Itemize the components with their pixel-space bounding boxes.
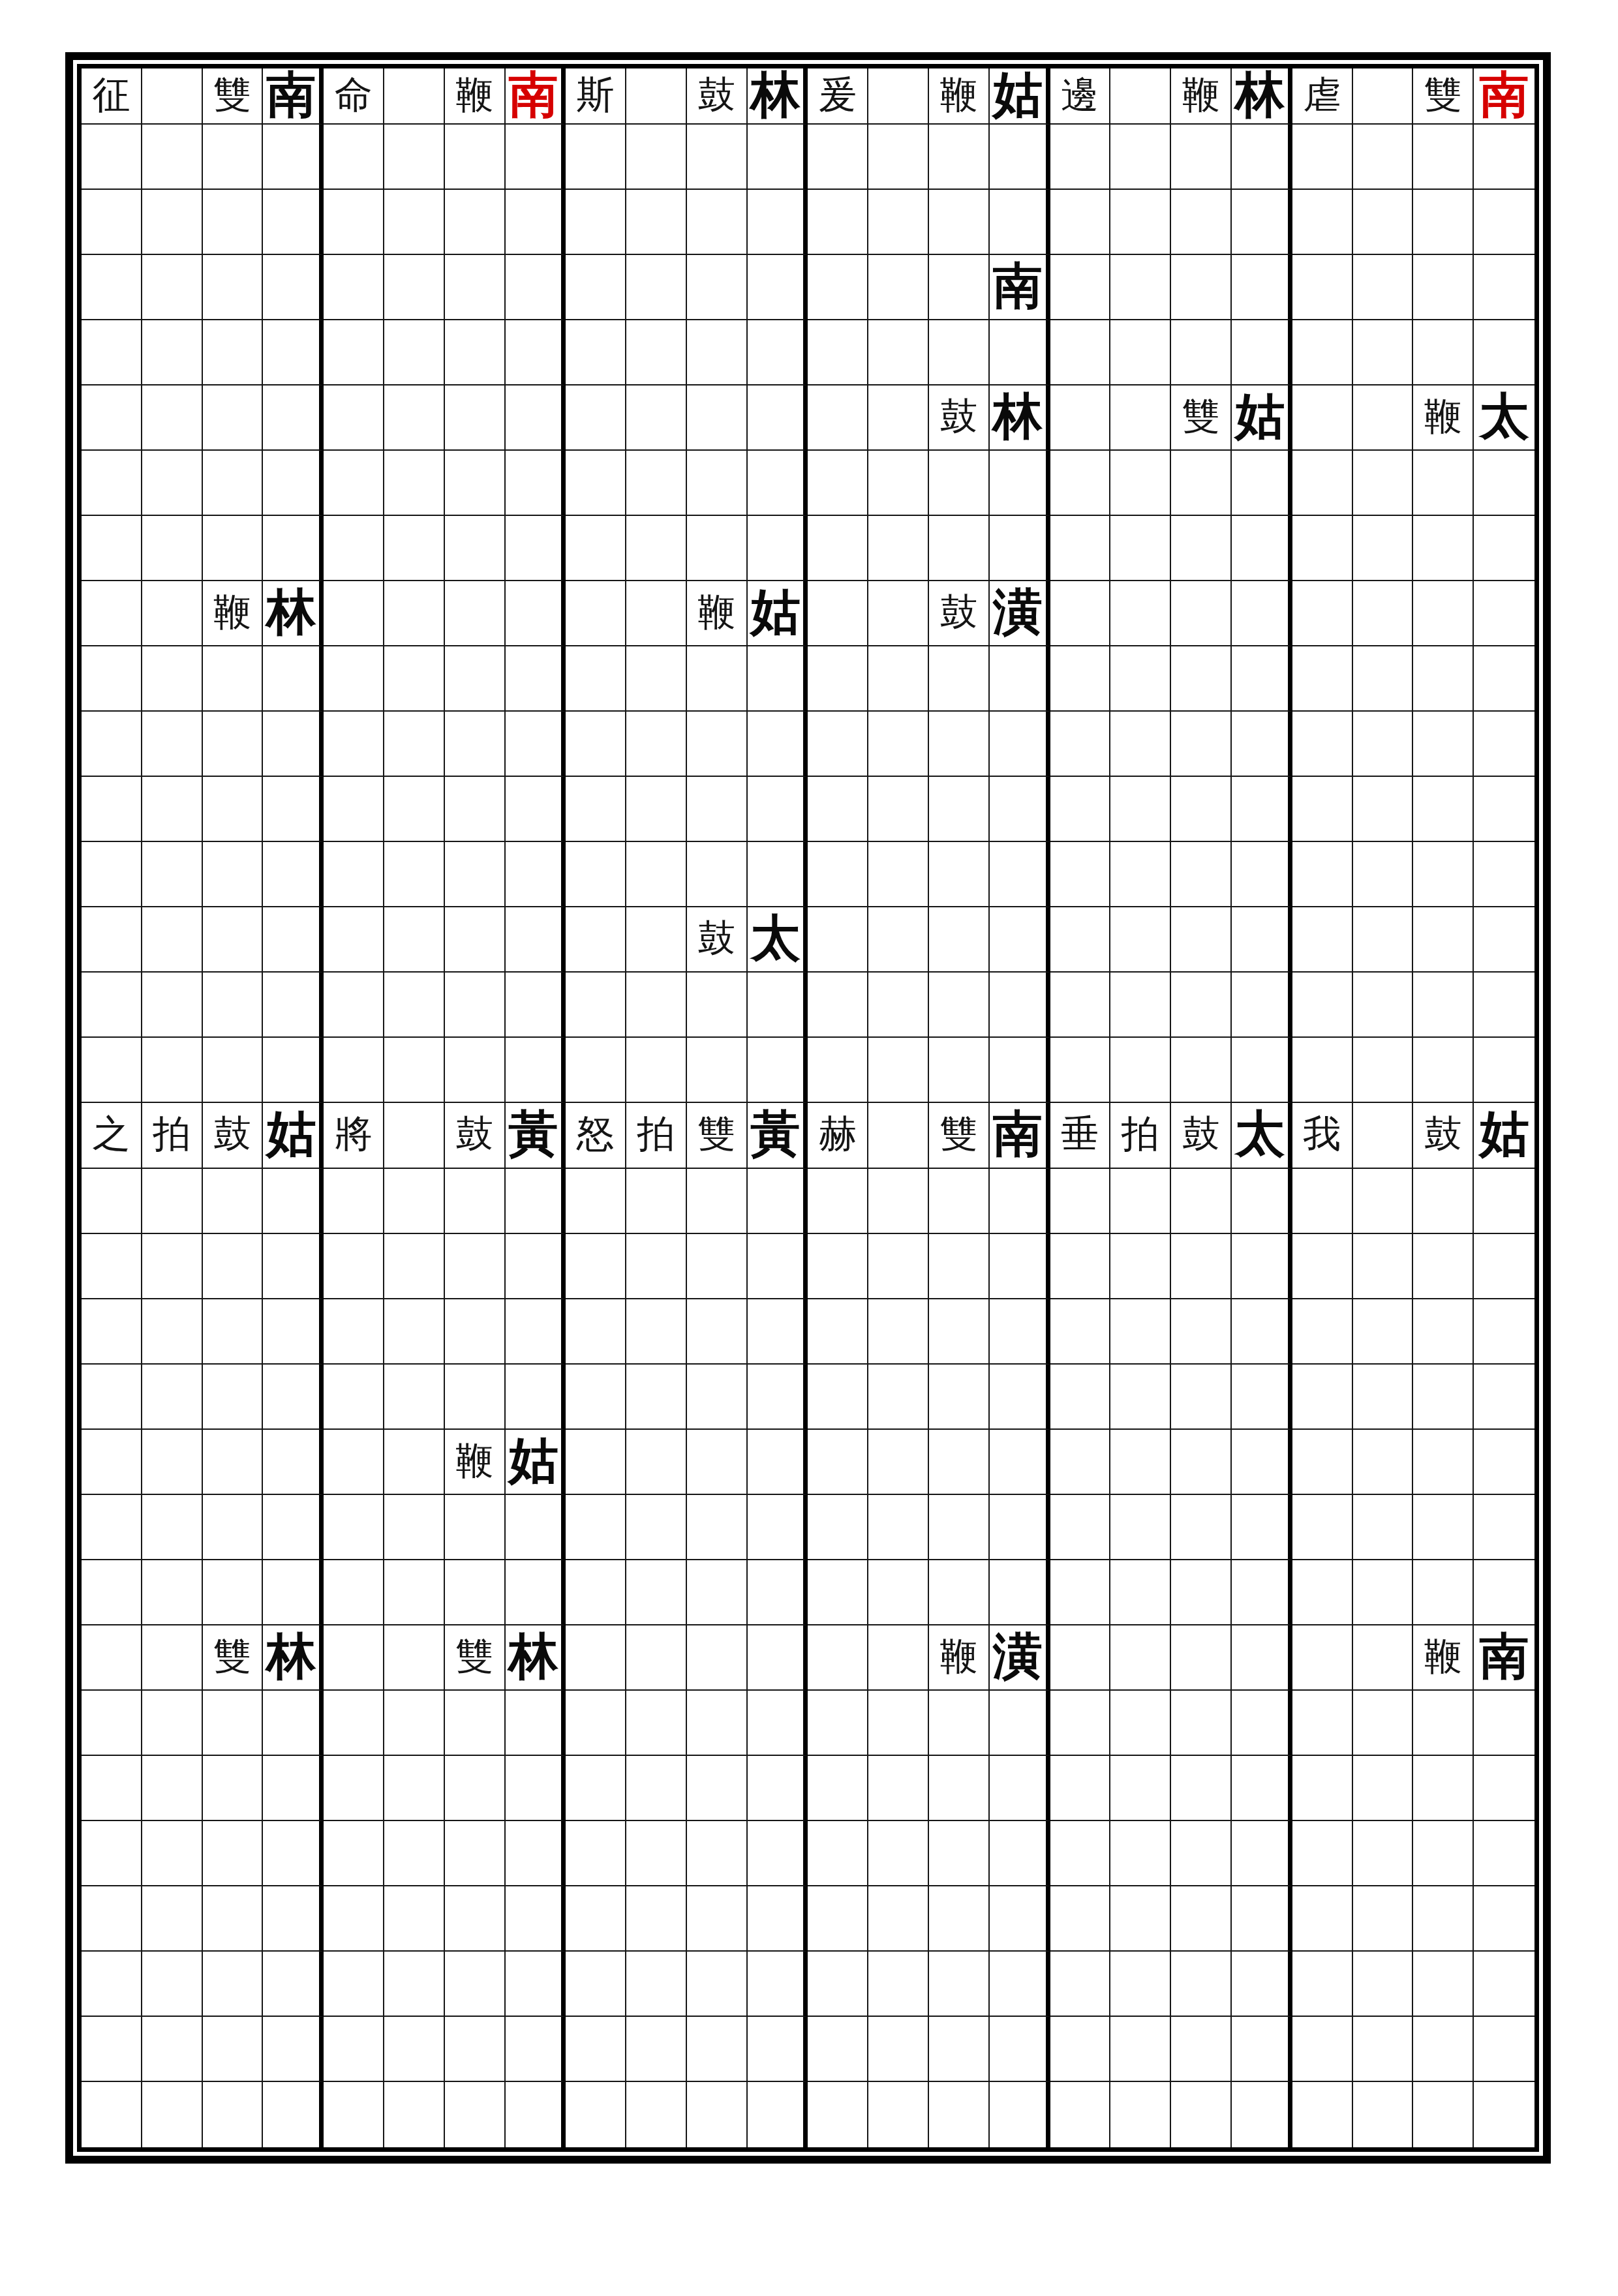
- jeonggan-cell-r1c23: 雙: [1413, 68, 1474, 125]
- jeonggan-cell-r3c21: [1292, 190, 1353, 255]
- jeonggan-cell-r5c17: [1050, 320, 1111, 385]
- jeonggan-cell-r20c16: [990, 1299, 1050, 1365]
- jeonggan-cell-r7c18: [1110, 451, 1171, 516]
- jeonggan-cell-r26c5: [324, 1691, 384, 1756]
- jeonggan-cell-r5c21: [1292, 320, 1353, 385]
- jeonggan-cell-r23c6: [384, 1495, 445, 1560]
- jeonggan-cell-r17c9: 怒: [566, 1103, 626, 1168]
- jeonggan-cell-r21c4: [263, 1365, 324, 1430]
- stroke-glyph: 雙: [213, 76, 251, 113]
- jeonggan-cell-r22c17: [1050, 1430, 1111, 1495]
- pitch-glyph: 姑: [1235, 391, 1285, 441]
- jeonggan-cell-r20c7: [445, 1299, 506, 1365]
- jeonggan-cell-r14c24: [1474, 907, 1534, 973]
- lyric-glyph: 邊: [1061, 76, 1099, 113]
- pitch-glyph: 南: [993, 1109, 1043, 1158]
- jeonggan-cell-r30c6: [384, 1952, 445, 2017]
- jeonggan-cell-r32c18: [1110, 2082, 1171, 2147]
- jeonggan-cell-r5c11: [687, 320, 748, 385]
- jeonggan-cell-r15c24: [1474, 973, 1534, 1038]
- jeonggan-cell-r3c18: [1110, 190, 1171, 255]
- jeonggan-cell-r21c14: [868, 1365, 929, 1430]
- jeonggan-cell-r32c16: [990, 2082, 1050, 2147]
- jeonggan-cell-r18c24: [1474, 1169, 1534, 1234]
- jeonggan-cell-r26c13: [808, 1691, 868, 1756]
- jeonggan-cell-r12c7: [445, 777, 506, 842]
- jeonggan-cell-r11c8: [506, 712, 566, 777]
- jeonggan-cell-r16c7: [445, 1038, 506, 1103]
- jeonggan-cell-r28c14: [868, 1821, 929, 1886]
- jeonggan-cell-r31c13: [808, 2017, 868, 2082]
- jeonggan-cell-r21c6: [384, 1365, 445, 1430]
- jeonggan-cell-r1c7: 鞭: [445, 68, 506, 125]
- jeonggan-cell-r25c3: 雙: [203, 1625, 264, 1691]
- jeonggan-cell-r25c16: 潢: [990, 1625, 1050, 1691]
- jeonggan-cell-r18c21: [1292, 1169, 1353, 1234]
- jeonggan-cell-r21c23: [1413, 1365, 1474, 1430]
- jeonggan-cell-r19c22: [1353, 1234, 1414, 1299]
- jeonggan-cell-r13c12: [748, 842, 808, 907]
- jeonggan-cell-r15c3: [203, 973, 264, 1038]
- jeonggan-cell-r12c24: [1474, 777, 1534, 842]
- jeonggan-cell-r32c1: [82, 2082, 142, 2147]
- jeonggan-cell-r7c24: [1474, 451, 1534, 516]
- jeonggan-cell-r14c1: [82, 907, 142, 973]
- jeonggan-cell-r17c23: 鼓: [1413, 1103, 1474, 1168]
- jeonggan-cell-r31c6: [384, 2017, 445, 2082]
- jeonggan-cell-r6c19: 雙: [1171, 385, 1232, 451]
- jeonggan-cell-r26c3: [203, 1691, 264, 1756]
- jeonggan-cell-r20c5: [324, 1299, 384, 1365]
- jeonggan-cell-r26c2: [142, 1691, 203, 1756]
- jeonggan-cell-r14c22: [1353, 907, 1414, 973]
- jeonggan-cell-r13c19: [1171, 842, 1232, 907]
- jeonggan-cell-r31c15: [929, 2017, 990, 2082]
- jeonggan-cell-r7c5: [324, 451, 384, 516]
- jeonggan-cell-r27c17: [1050, 1756, 1111, 1821]
- jeonggan-cell-r20c23: [1413, 1299, 1474, 1365]
- jeonggan-cell-r29c19: [1171, 1886, 1232, 1952]
- jeonggan-cell-r25c17: [1050, 1625, 1111, 1691]
- jeonggan-cell-r5c19: [1171, 320, 1232, 385]
- jeonggan-cell-r27c5: [324, 1756, 384, 1821]
- jeonggan-cell-r3c3: [203, 190, 264, 255]
- jeonggan-cell-r7c7: [445, 451, 506, 516]
- jeonggan-cell-r17c1: 之: [82, 1103, 142, 1168]
- jeonggan-cell-r25c6: [384, 1625, 445, 1691]
- stroke-glyph: 鞭: [1182, 76, 1220, 113]
- jeonggan-cell-r2c5: [324, 125, 384, 190]
- jeonggan-cell-r22c2: [142, 1430, 203, 1495]
- jeonggan-cell-r28c6: [384, 1821, 445, 1886]
- stroke-glyph: 鞭: [1424, 397, 1462, 435]
- jeonggan-cell-r31c10: [626, 2017, 687, 2082]
- jeonggan-cell-r27c15: [929, 1756, 990, 1821]
- jeonggan-cell-r13c17: [1050, 842, 1111, 907]
- jeonggan-cell-r2c18: [1110, 125, 1171, 190]
- jeonggan-cell-r12c2: [142, 777, 203, 842]
- jeonggan-cell-r6c10: [626, 385, 687, 451]
- jeonggan-cell-r8c11: [687, 516, 748, 581]
- jeonggan-cell-r27c14: [868, 1756, 929, 1821]
- jeonggan-cell-r4c6: [384, 255, 445, 320]
- jeonggan-cell-r23c9: [566, 1495, 626, 1560]
- jeonggan-cell-r20c1: [82, 1299, 142, 1365]
- jeonggan-cell-r3c11: [687, 190, 748, 255]
- jeonggan-cell-r31c11: [687, 2017, 748, 2082]
- jeonggan-cell-r4c22: [1353, 255, 1414, 320]
- jeonggan-cell-r16c15: [929, 1038, 990, 1103]
- jeonggan-cell-r17c17: 垂: [1050, 1103, 1111, 1168]
- jeonggan-cell-r26c23: [1413, 1691, 1474, 1756]
- jeonggan-cell-r22c18: [1110, 1430, 1171, 1495]
- jeonggan-cell-r8c17: [1050, 516, 1111, 581]
- jeonggan-cell-r24c6: [384, 1560, 445, 1625]
- jeonggan-cell-r30c7: [445, 1952, 506, 2017]
- jeonggan-cell-r1c24: 南: [1474, 68, 1534, 125]
- pitch-glyph: 林: [266, 587, 316, 637]
- jeonggan-cell-r18c20: [1232, 1169, 1292, 1234]
- jeonggan-cell-r11c18: [1110, 712, 1171, 777]
- jeonggan-cell-r10c20: [1232, 646, 1292, 712]
- pitch-glyph: 南: [1480, 70, 1529, 119]
- jeonggan-cell-r24c2: [142, 1560, 203, 1625]
- jeonggan-cell-r11c6: [384, 712, 445, 777]
- jeonggan-cell-r4c12: [748, 255, 808, 320]
- jeonggan-cell-r2c14: [868, 125, 929, 190]
- jeonggan-cell-r24c8: [506, 1560, 566, 1625]
- jeonggan-cell-r26c1: [82, 1691, 142, 1756]
- jeonggan-cell-r26c18: [1110, 1691, 1171, 1756]
- jeonggan-cell-r30c1: [82, 1952, 142, 2017]
- jeonggan-cell-r10c12: [748, 646, 808, 712]
- jeonggan-cell-r25c21: [1292, 1625, 1353, 1691]
- pitch-glyph: 姑: [266, 1109, 316, 1158]
- jeonggan-cell-r15c23: [1413, 973, 1474, 1038]
- jeonggan-cell-r27c13: [808, 1756, 868, 1821]
- jeonggan-cell-r26c4: [263, 1691, 324, 1756]
- lyric-glyph: 命: [335, 76, 373, 113]
- jeonggan-cell-r8c15: [929, 516, 990, 581]
- jeonggan-cell-r24c15: [929, 1560, 990, 1625]
- jeonggan-cell-r28c18: [1110, 1821, 1171, 1886]
- jeonggan-cell-r21c9: [566, 1365, 626, 1430]
- jeonggan-cell-r24c14: [868, 1560, 929, 1625]
- jeonggan-cell-r16c9: [566, 1038, 626, 1103]
- jeonggan-cell-r10c16: [990, 646, 1050, 712]
- jeonggan-cell-r3c1: [82, 190, 142, 255]
- jeonggan-cell-r16c18: [1110, 1038, 1171, 1103]
- jeonggan-cell-r25c5: [324, 1625, 384, 1691]
- jeonggan-cell-r25c12: [748, 1625, 808, 1691]
- jeonggan-cell-r19c4: [263, 1234, 324, 1299]
- jeonggan-cell-r31c1: [82, 2017, 142, 2082]
- jeonggan-cell-r1c11: 鼓: [687, 68, 748, 125]
- jeonggan-cell-r24c21: [1292, 1560, 1353, 1625]
- jeonggan-cell-r29c7: [445, 1886, 506, 1952]
- jeonggan-cell-r6c24: 太: [1474, 385, 1534, 451]
- jeonggan-cell-r9c21: [1292, 581, 1353, 646]
- jeonggan-cell-r25c2: [142, 1625, 203, 1691]
- jeonggan-cell-r17c14: [868, 1103, 929, 1168]
- jeonggan-cell-r6c4: [263, 385, 324, 451]
- jeonggan-cell-r8c16: [990, 516, 1050, 581]
- jeonggan-cell-r21c17: [1050, 1365, 1111, 1430]
- jeonggan-cell-r25c8: 林: [506, 1625, 566, 1691]
- jeonggan-cell-r16c12: [748, 1038, 808, 1103]
- jeonggan-cell-r3c2: [142, 190, 203, 255]
- jeonggan-cell-r20c8: [506, 1299, 566, 1365]
- jeonggan-cell-r3c22: [1353, 190, 1414, 255]
- jeonggan-cell-r11c22: [1353, 712, 1414, 777]
- jeonggan-cell-r30c8: [506, 1952, 566, 2017]
- pitch-glyph: 林: [508, 1631, 558, 1681]
- pitch-glyph: 太: [1480, 391, 1529, 441]
- jeonggan-cell-r10c6: [384, 646, 445, 712]
- jeonggan-cell-r32c24: [1474, 2082, 1534, 2147]
- jeonggan-cell-r1c8: 南: [506, 68, 566, 125]
- lyric-glyph: 爰: [819, 76, 857, 113]
- jeonggan-cell-r21c10: [626, 1365, 687, 1430]
- jeonggan-cell-r21c15: [929, 1365, 990, 1430]
- jeonggan-cell-r20c20: [1232, 1299, 1292, 1365]
- jeonggan-cell-r22c13: [808, 1430, 868, 1495]
- jeonggan-cell-r22c7: 鞭: [445, 1430, 506, 1495]
- jeonggan-cell-r32c8: [506, 2082, 566, 2147]
- jeonggan-cell-r29c9: [566, 1886, 626, 1952]
- jeonggan-cell-r15c5: [324, 973, 384, 1038]
- jeonggan-cell-r21c16: [990, 1365, 1050, 1430]
- jeonggan-cell-r25c13: [808, 1625, 868, 1691]
- jeonggan-cell-r13c4: [263, 842, 324, 907]
- jeonggan-cell-r31c5: [324, 2017, 384, 2082]
- jeonggan-cell-r30c23: [1413, 1952, 1474, 2017]
- jeonggan-cell-r1c17: 邊: [1050, 68, 1111, 125]
- jeonggan-cell-r16c11: [687, 1038, 748, 1103]
- jeonggan-cell-r24c16: [990, 1560, 1050, 1625]
- jeonggan-cell-r27c8: [506, 1756, 566, 1821]
- jeonggan-cell-r10c18: [1110, 646, 1171, 712]
- jeonggan-cell-r5c8: [506, 320, 566, 385]
- jeonggan-cell-r24c17: [1050, 1560, 1111, 1625]
- jeonggan-cell-r26c10: [626, 1691, 687, 1756]
- jeonggan-cell-r29c2: [142, 1886, 203, 1952]
- pitch-glyph: 林: [1235, 70, 1285, 119]
- jeonggan-cell-r21c7: [445, 1365, 506, 1430]
- jeonggan-cell-r13c5: [324, 842, 384, 907]
- jeonggan-cell-r29c20: [1232, 1886, 1292, 1952]
- jeonggan-cell-r26c21: [1292, 1691, 1353, 1756]
- jeonggan-cell-r11c7: [445, 712, 506, 777]
- jeonggan-cell-r9c16: 潢: [990, 581, 1050, 646]
- pitch-glyph: 南: [993, 261, 1043, 310]
- jeonggan-cell-r6c2: [142, 385, 203, 451]
- jeonggan-cell-r20c17: [1050, 1299, 1111, 1365]
- jeonggan-cell-r6c12: [748, 385, 808, 451]
- jeonggan-cell-r21c20: [1232, 1365, 1292, 1430]
- jeonggan-cell-r21c12: [748, 1365, 808, 1430]
- jeonggan-cell-r13c24: [1474, 842, 1534, 907]
- jeonggan-cell-r3c16: [990, 190, 1050, 255]
- pitch-glyph: 潢: [993, 587, 1043, 637]
- jeonggan-cell-r4c11: [687, 255, 748, 320]
- jeonggan-cell-r1c2: [142, 68, 203, 125]
- jeonggan-cell-r31c3: [203, 2017, 264, 2082]
- pitch-glyph: 姑: [993, 70, 1043, 119]
- jeonggan-cell-r6c18: [1110, 385, 1171, 451]
- jeonggan-cell-r29c3: [203, 1886, 264, 1952]
- jeonggan-cell-r5c23: [1413, 320, 1474, 385]
- jeonggan-cell-r31c2: [142, 2017, 203, 2082]
- pitch-glyph: 太: [751, 913, 801, 963]
- jeonggan-cell-r29c11: [687, 1886, 748, 1952]
- jeonggan-cell-r29c16: [990, 1886, 1050, 1952]
- jeonggan-cell-r17c13: 赫: [808, 1103, 868, 1168]
- jeonggan-cell-r16c20: [1232, 1038, 1292, 1103]
- jeonggan-cell-r18c17: [1050, 1169, 1111, 1234]
- jeonggan-cell-r16c24: [1474, 1038, 1534, 1103]
- stroke-glyph: 鼓: [697, 76, 735, 113]
- jeonggan-cell-r1c20: 林: [1232, 68, 1292, 125]
- pitch-glyph: 太: [1235, 1109, 1285, 1158]
- jeonggan-cell-r27c21: [1292, 1756, 1353, 1821]
- jeonggan-cell-r8c4: [263, 516, 324, 581]
- jeonggan-cell-r27c18: [1110, 1756, 1171, 1821]
- jeonggan-cell-r26c17: [1050, 1691, 1111, 1756]
- jeonggan-cell-r13c2: [142, 842, 203, 907]
- jeonggan-cell-r6c8: [506, 385, 566, 451]
- jeonggan-cell-r12c16: [990, 777, 1050, 842]
- jeonggan-cell-r14c13: [808, 907, 868, 973]
- jeonggan-cell-r23c11: [687, 1495, 748, 1560]
- jeonggan-cell-r16c23: [1413, 1038, 1474, 1103]
- jeonggan-cell-r16c3: [203, 1038, 264, 1103]
- jeonggan-cell-r11c10: [626, 712, 687, 777]
- lyric-glyph: 怒: [577, 1115, 615, 1153]
- jeonggan-cell-r20c15: [929, 1299, 990, 1365]
- jeonggan-cell-r10c15: [929, 646, 990, 712]
- jeonggan-cell-r11c20: [1232, 712, 1292, 777]
- jeonggan-cell-r28c11: [687, 1821, 748, 1886]
- jeonggan-cell-r22c10: [626, 1430, 687, 1495]
- jeonggan-cell-r20c18: [1110, 1299, 1171, 1365]
- jeonggan-cell-r14c23: [1413, 907, 1474, 973]
- jeonggan-cell-r10c1: [82, 646, 142, 712]
- jeonggan-cell-r13c15: [929, 842, 990, 907]
- jeonggan-cell-r32c23: [1413, 2082, 1474, 2147]
- jeonggan-cell-r27c1: [82, 1756, 142, 1821]
- pitch-glyph: 姑: [1480, 1109, 1529, 1158]
- jeonggan-cell-r13c6: [384, 842, 445, 907]
- jeonggan-cell-r27c7: [445, 1756, 506, 1821]
- jeonggan-cell-r17c2: 拍: [142, 1103, 203, 1168]
- pitch-glyph: 姑: [508, 1436, 558, 1485]
- jeonggan-cell-r4c1: [82, 255, 142, 320]
- jeonggan-cell-r25c23: 鞭: [1413, 1625, 1474, 1691]
- jeonggan-cell-r30c5: [324, 1952, 384, 2017]
- jeonggan-cell-r17c20: 太: [1232, 1103, 1292, 1168]
- jeonggan-cell-r13c10: [626, 842, 687, 907]
- jeonggan-cell-r5c15: [929, 320, 990, 385]
- jeonggan-cell-r15c1: [82, 973, 142, 1038]
- jeonggan-cell-r19c11: [687, 1234, 748, 1299]
- jeonggan-cell-r3c20: [1232, 190, 1292, 255]
- jeonggan-cell-r9c23: [1413, 581, 1474, 646]
- jeonggan-cell-r15c15: [929, 973, 990, 1038]
- jeonggan-cell-r21c5: [324, 1365, 384, 1430]
- jeonggan-cell-r29c10: [626, 1886, 687, 1952]
- jeonggan-cell-r11c9: [566, 712, 626, 777]
- jeonggan-cell-r2c16: [990, 125, 1050, 190]
- jeonggan-cell-r6c1: [82, 385, 142, 451]
- jeonggan-cell-r14c18: [1110, 907, 1171, 973]
- jeonggan-cell-r23c21: [1292, 1495, 1353, 1560]
- jeonggan-cell-r12c23: [1413, 777, 1474, 842]
- jeonggan-cell-r26c19: [1171, 1691, 1232, 1756]
- jeonggan-cell-r23c23: [1413, 1495, 1474, 1560]
- jeonggan-cell-r23c15: [929, 1495, 990, 1560]
- jeonggan-cell-r11c21: [1292, 712, 1353, 777]
- jeonggan-cell-r18c23: [1413, 1169, 1474, 1234]
- jeonggan-cell-r6c23: 鞭: [1413, 385, 1474, 451]
- jeonggan-cell-r27c20: [1232, 1756, 1292, 1821]
- jeonggan-cell-r31c20: [1232, 2017, 1292, 2082]
- jeonggan-cell-r11c13: [808, 712, 868, 777]
- jeonggan-cell-r20c9: [566, 1299, 626, 1365]
- jeonggan-cell-r3c15: [929, 190, 990, 255]
- jeonggan-cell-r3c24: [1474, 190, 1534, 255]
- jeonggan-cell-r23c18: [1110, 1495, 1171, 1560]
- jeonggan-cell-r1c3: 雙: [203, 68, 264, 125]
- jeonggan-cell-r10c23: [1413, 646, 1474, 712]
- jeonggan-cell-r12c21: [1292, 777, 1353, 842]
- jeonggan-cell-r28c4: [263, 1821, 324, 1886]
- stroke-glyph: 鼓: [697, 919, 735, 957]
- jeonggan-cell-r4c20: [1232, 255, 1292, 320]
- jeonggan-cell-r21c22: [1353, 1365, 1414, 1430]
- jeonggan-cell-r3c8: [506, 190, 566, 255]
- stroke-glyph: 雙: [697, 1115, 735, 1153]
- jeonggan-cell-r16c5: [324, 1038, 384, 1103]
- jeonggan-cell-r29c6: [384, 1886, 445, 1952]
- jeonggan-cell-r2c19: [1171, 125, 1232, 190]
- jeonggan-cell-r19c2: [142, 1234, 203, 1299]
- jeonggan-cell-r32c15: [929, 2082, 990, 2147]
- jeonggan-cell-r9c14: [868, 581, 929, 646]
- jeonggan-cell-r3c19: [1171, 190, 1232, 255]
- jeonggan-cell-r17c12: 黃: [748, 1103, 808, 1168]
- jeonggan-cell-r5c13: [808, 320, 868, 385]
- jeonggan-cell-r6c6: [384, 385, 445, 451]
- jeonggan-cell-r5c18: [1110, 320, 1171, 385]
- jeongganbo-grid: 征雙南命鞭南斯鼓林爰鞭姑邊鞭林虐雙南南鼓林雙姑鞭太鞭林鞭姑鼓潢鼓太之拍鼓姑將鼓黃…: [82, 68, 1534, 2147]
- jeonggan-cell-r15c22: [1353, 973, 1414, 1038]
- jeonggan-cell-r8c22: [1353, 516, 1414, 581]
- lyric-glyph: 垂: [1061, 1115, 1099, 1153]
- jeonggan-cell-r22c14: [868, 1430, 929, 1495]
- jeonggan-cell-r7c15: [929, 451, 990, 516]
- jeonggan-cell-r9c17: [1050, 581, 1111, 646]
- jeonggan-cell-r2c9: [566, 125, 626, 190]
- jeonggan-cell-r14c9: [566, 907, 626, 973]
- jeonggan-cell-r21c8: [506, 1365, 566, 1430]
- jeonggan-cell-r23c22: [1353, 1495, 1414, 1560]
- jeonggan-cell-r28c21: [1292, 1821, 1353, 1886]
- jeonggan-cell-r31c7: [445, 2017, 506, 2082]
- jeonggan-cell-r10c21: [1292, 646, 1353, 712]
- jeonggan-cell-r29c24: [1474, 1886, 1534, 1952]
- jeonggan-cell-r4c8: [506, 255, 566, 320]
